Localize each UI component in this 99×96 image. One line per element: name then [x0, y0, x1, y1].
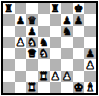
square-b1[interactable] — [15, 82, 27, 93]
square-c7[interactable]: ♛ — [26, 14, 38, 25]
square-g1[interactable]: ♚ — [73, 82, 85, 93]
square-b6[interactable] — [15, 26, 27, 37]
square-f4[interactable] — [61, 48, 73, 59]
square-a1[interactable] — [3, 82, 15, 93]
black-king-g8: ♚ — [74, 3, 83, 13]
square-b2[interactable] — [15, 71, 27, 82]
square-g8[interactable]: ♚ — [73, 3, 85, 14]
white-queen-c4: ♛ — [27, 48, 36, 58]
white-king-g1: ♚ — [74, 82, 83, 92]
square-e1[interactable] — [50, 82, 62, 93]
square-c2[interactable] — [26, 71, 38, 82]
white-bishop-h1: ♝ — [85, 82, 94, 92]
square-f1[interactable] — [61, 82, 73, 93]
square-d5[interactable]: ♞ — [38, 37, 50, 48]
square-a7[interactable] — [3, 14, 15, 25]
square-f8[interactable] — [61, 3, 73, 14]
square-b7[interactable]: ♟ — [15, 14, 27, 25]
square-e4[interactable] — [50, 48, 62, 59]
square-c6[interactable]: ♟ — [26, 26, 38, 37]
black-pawn-f7: ♟ — [62, 14, 71, 24]
square-g3[interactable] — [73, 59, 85, 70]
black-queen-c7: ♛ — [27, 14, 36, 24]
square-h7[interactable] — [84, 14, 96, 25]
square-b8[interactable] — [15, 3, 27, 14]
square-e8[interactable]: ♜ — [50, 3, 62, 14]
white-pawn-b5: ♟ — [16, 37, 25, 47]
square-h1[interactable]: ♝ — [84, 82, 96, 93]
square-g4[interactable] — [73, 48, 85, 59]
square-e2[interactable]: ♟ — [50, 71, 62, 82]
square-a8[interactable]: ♜ — [3, 3, 15, 14]
square-d2[interactable]: ♜ — [38, 71, 50, 82]
black-pawn-h4: ♟ — [85, 48, 94, 58]
square-d3[interactable] — [38, 59, 50, 70]
square-h3[interactable]: ♟ — [84, 59, 96, 70]
square-f6[interactable]: ♞ — [61, 26, 73, 37]
black-pawn-c6: ♟ — [27, 26, 36, 36]
square-f7[interactable]: ♟ — [61, 14, 73, 25]
white-knight-c5: ♞ — [27, 37, 36, 47]
black-pawn-b7: ♟ — [16, 14, 25, 24]
square-h5[interactable] — [84, 37, 96, 48]
square-h8[interactable] — [84, 3, 96, 14]
square-a6[interactable] — [3, 26, 15, 37]
square-a4[interactable] — [3, 48, 15, 59]
square-e6[interactable] — [50, 26, 62, 37]
square-d7[interactable] — [38, 14, 50, 25]
square-d8[interactable] — [38, 3, 50, 14]
square-e5[interactable] — [50, 37, 62, 48]
square-b5[interactable]: ♟ — [15, 37, 27, 48]
black-pawn-g7: ♟ — [74, 14, 83, 24]
white-pawn-f2: ♟ — [62, 71, 71, 81]
chess-board: ♜♜♚♟♛♟♟♟♞♟♞♞♛♞♟♟♜♟♟♜♚♝ — [3, 3, 96, 93]
square-g7[interactable]: ♟ — [73, 14, 85, 25]
square-e3[interactable] — [50, 59, 62, 70]
black-rook-e8: ♜ — [51, 3, 60, 13]
square-f5[interactable] — [61, 37, 73, 48]
square-h4[interactable]: ♟ — [84, 48, 96, 59]
square-a2[interactable] — [3, 71, 15, 82]
square-c5[interactable]: ♞ — [26, 37, 38, 48]
chess-board-frame: ♜♜♚♟♛♟♟♟♞♟♞♞♛♞♟♟♜♟♟♜♚♝ — [1, 1, 98, 95]
square-d6[interactable] — [38, 26, 50, 37]
black-knight-f6: ♞ — [62, 26, 71, 36]
square-a5[interactable] — [3, 37, 15, 48]
square-d4[interactable]: ♞ — [38, 48, 50, 59]
white-knight-d4: ♞ — [39, 48, 48, 58]
square-d1[interactable] — [38, 82, 50, 93]
white-pawn-h3: ♟ — [85, 59, 94, 69]
square-c8[interactable] — [26, 3, 38, 14]
black-knight-d5: ♞ — [39, 37, 48, 47]
square-f2[interactable]: ♟ — [61, 71, 73, 82]
square-a3[interactable] — [3, 59, 15, 70]
white-rook-c1: ♜ — [27, 82, 36, 92]
square-e7[interactable] — [50, 14, 62, 25]
square-c3[interactable] — [26, 59, 38, 70]
white-rook-d2: ♜ — [39, 71, 48, 81]
square-g2[interactable] — [73, 71, 85, 82]
square-g6[interactable] — [73, 26, 85, 37]
square-h6[interactable] — [84, 26, 96, 37]
square-h2[interactable] — [84, 71, 96, 82]
black-rook-a8: ♜ — [4, 3, 13, 13]
square-b3[interactable] — [15, 59, 27, 70]
square-f3[interactable] — [61, 59, 73, 70]
square-g5[interactable] — [73, 37, 85, 48]
square-c4[interactable]: ♛ — [26, 48, 38, 59]
square-c1[interactable]: ♜ — [26, 82, 38, 93]
white-pawn-e2: ♟ — [51, 71, 60, 81]
square-b4[interactable] — [15, 48, 27, 59]
